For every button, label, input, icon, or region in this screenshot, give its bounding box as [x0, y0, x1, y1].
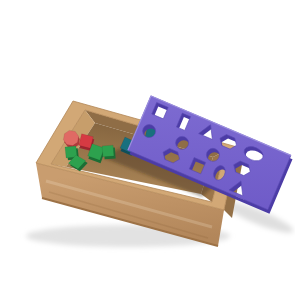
scene-svg	[0, 0, 295, 295]
product-photo	[0, 0, 295, 295]
